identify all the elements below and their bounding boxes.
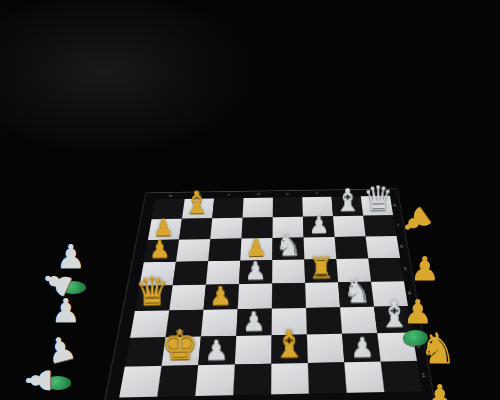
square-f7: ♟ (303, 216, 335, 237)
rank-label-5: 5 (402, 267, 409, 271)
square-e5 (272, 260, 305, 284)
square-b4 (169, 285, 206, 311)
square-e6: ♞ (272, 238, 304, 261)
chessboard: ♝♝♛♟♟♟♟♞♟♜♛♟♞♟♝♚♟♝♟ abcdefgh87654321 (103, 189, 436, 400)
board-grid: ♝♝♛♟♟♟♟♞♟♜♛♟♞♟♝♚♟♝♟ (119, 196, 419, 398)
captured-silver-pawn: ♟ (51, 294, 81, 327)
square-d8 (243, 198, 273, 218)
square-h1 (381, 361, 422, 392)
square-f3 (306, 307, 342, 334)
square-e2: ♝ (271, 335, 307, 364)
square-g2: ♟ (342, 333, 381, 362)
square-c4: ♟ (204, 284, 240, 310)
square-c7 (210, 218, 242, 239)
square-c8 (212, 198, 243, 218)
file-label-d: d (244, 192, 273, 196)
rank-label-6: 6 (398, 245, 405, 249)
captured-gold-pawn: ♟ (425, 380, 455, 400)
square-a2 (125, 337, 166, 366)
square-b6 (176, 239, 210, 262)
square-c6 (208, 239, 241, 262)
square-g4: ♞ (338, 282, 374, 307)
captured-silver-pawn: ♟ (22, 366, 55, 396)
photo-canvas: ♝♝♛♟♟♟♟♞♟♜♛♟♞♟♝♚♟♝♟ abcdefgh87654321 ♟♟♟… (0, 0, 500, 400)
gold-pawn-piece: ♟ (143, 237, 176, 262)
square-a1 (119, 366, 161, 398)
gold-bishop-piece: ♝ (271, 325, 308, 363)
square-h8: ♛ (361, 196, 393, 216)
gold-rook-piece: ♜ (305, 253, 338, 283)
square-c3 (201, 309, 238, 336)
gold-pawn-piece: ♟ (203, 283, 238, 310)
silver-knight-piece: ♞ (340, 275, 374, 307)
square-e8 (273, 197, 303, 217)
square-f4 (305, 282, 340, 308)
square-a6: ♟ (144, 240, 179, 263)
square-d1 (233, 364, 271, 395)
square-c2: ♟ (198, 336, 236, 365)
file-label-e: e (273, 192, 302, 196)
square-b8: ♝ (182, 199, 214, 219)
square-f1 (308, 362, 347, 393)
square-d3: ♟ (236, 309, 272, 336)
square-e1 (271, 363, 309, 394)
square-b1 (157, 365, 198, 396)
gold-king-piece: ♚ (161, 324, 198, 366)
background-shadow (0, 0, 260, 160)
square-b7 (179, 218, 212, 239)
silver-pawn-piece: ♟ (344, 334, 381, 362)
silver-pawn-piece: ♟ (236, 308, 272, 335)
captured-gold-knight: ♞ (419, 328, 457, 370)
silver-pawn-piece: ♟ (303, 213, 334, 237)
square-g6 (335, 236, 369, 259)
silver-queen-piece: ♛ (363, 181, 394, 216)
square-g1 (344, 362, 384, 393)
square-b5 (173, 261, 208, 285)
square-a4: ♛ (135, 285, 173, 311)
square-f5: ♜ (304, 259, 338, 283)
file-label-c: c (214, 193, 243, 197)
square-d2 (235, 335, 272, 364)
file-label-f: f (302, 192, 331, 196)
gold-bishop-piece: ♝ (181, 187, 212, 219)
chessboard-scene: ♝♝♛♟♟♟♟♞♟♜♛♟♞♟♝♚♟♝♟ abcdefgh87654321 (146, 190, 398, 400)
square-g8: ♝ (332, 196, 364, 216)
square-g3 (340, 307, 377, 334)
square-h6 (366, 236, 401, 258)
square-d5: ♟ (239, 260, 272, 284)
square-e4 (272, 283, 306, 309)
silver-pawn-piece: ♟ (198, 337, 235, 365)
square-g7 (333, 216, 366, 237)
square-b2: ♚ (162, 337, 201, 366)
gold-queen-piece: ♛ (134, 272, 169, 312)
silver-pawn-piece: ♟ (239, 258, 272, 284)
silver-bishop-piece: ♝ (333, 185, 364, 217)
square-h7 (363, 215, 396, 236)
silver-knight-piece: ♞ (272, 230, 304, 260)
captured-gold-pawn: ♟ (410, 252, 440, 285)
square-f2 (307, 334, 344, 363)
square-c1 (195, 364, 235, 395)
captured-silver-pawn: ♟ (42, 330, 79, 369)
